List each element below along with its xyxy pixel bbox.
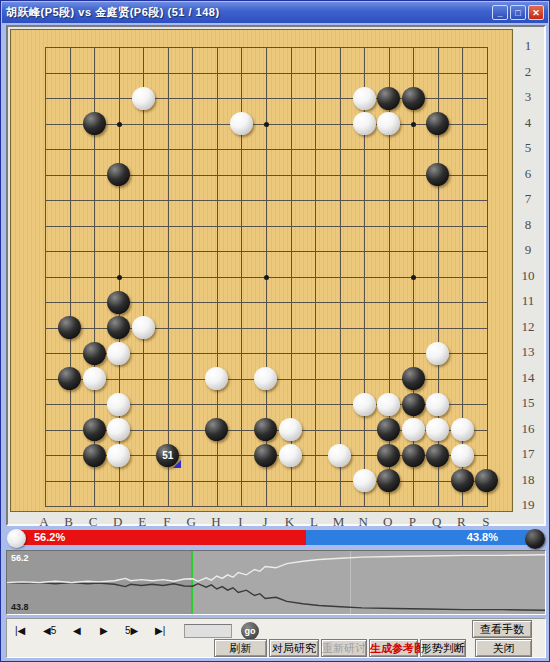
black-stone-icon: [525, 529, 545, 549]
row-label-19: 19: [513, 497, 543, 513]
col-label-Q: Q: [427, 514, 447, 530]
star-point: [264, 275, 269, 280]
generate-reference-button[interactable]: 生成参考图: [369, 639, 418, 657]
game-research-button[interactable]: 对局研究: [269, 639, 319, 657]
stone-white-O15[interactable]: [377, 393, 400, 416]
stone-white-I4[interactable]: [230, 112, 253, 135]
grid-line-h: [45, 506, 488, 507]
row-label-12: 12: [513, 319, 543, 335]
nav-back5-icon[interactable]: ◀5: [43, 625, 56, 639]
winrate-curves: [7, 551, 545, 614]
refresh-button[interactable]: 刷新: [214, 639, 267, 657]
row-label-5: 5: [513, 140, 543, 156]
app-window: 胡跃峰(P5段) vs 金庭贤(P6段) (51 / 148) _ □ ✕ 51…: [0, 0, 550, 662]
row-label-15: 15: [513, 395, 543, 411]
grid-line-h: [45, 481, 488, 482]
col-label-I: I: [230, 514, 250, 530]
stone-white-Q15[interactable]: [426, 393, 449, 416]
stone-white-H14[interactable]: [205, 367, 228, 390]
stone-white-M17[interactable]: [328, 444, 351, 467]
col-label-D: D: [108, 514, 128, 530]
maximize-button[interactable]: □: [510, 5, 526, 20]
view-moves-button[interactable]: 查看手数: [472, 620, 532, 638]
stone-black-D6[interactable]: [107, 163, 130, 186]
col-label-K: K: [280, 514, 300, 530]
graph-black-value: 43.8: [11, 602, 29, 612]
stone-black-F17[interactable]: 51: [156, 444, 179, 467]
winrate-bar: 56.2% 43.8%: [6, 529, 546, 547]
last-move-triangle-marker: [173, 460, 181, 468]
row-label-13: 13: [513, 344, 543, 360]
control-panel: |◀ ◀5 ◀ ▶ 5▶ ▶| go 刷新 对局研究 重新研讨 生成参考图 形势…: [6, 618, 546, 658]
stone-black-S18[interactable]: [475, 469, 498, 492]
row-label-14: 14: [513, 370, 543, 386]
stone-black-B12[interactable]: [58, 316, 81, 339]
star-point: [117, 275, 122, 280]
window-title: 胡跃峰(P5段) vs 金庭贤(P6段) (51 / 148): [6, 5, 220, 20]
stone-white-N4[interactable]: [353, 112, 376, 135]
nav-first-icon[interactable]: |◀: [15, 625, 25, 639]
col-label-B: B: [59, 514, 79, 530]
stone-black-R18[interactable]: [451, 469, 474, 492]
go-button[interactable]: go: [241, 622, 259, 640]
black-winrate-label: 43.8%: [467, 531, 498, 543]
stone-white-D17[interactable]: [107, 444, 130, 467]
stone-black-P15[interactable]: [402, 393, 425, 416]
stone-black-P17[interactable]: [402, 444, 425, 467]
stone-black-P14[interactable]: [402, 367, 425, 390]
star-point: [117, 122, 122, 127]
stone-black-O17[interactable]: [377, 444, 400, 467]
stone-black-O16[interactable]: [377, 418, 400, 441]
stone-white-P16[interactable]: [402, 418, 425, 441]
stone-black-Q4[interactable]: [426, 112, 449, 135]
white-stone-icon: [7, 529, 26, 548]
col-label-A: A: [34, 514, 54, 530]
stone-white-O4[interactable]: [377, 112, 400, 135]
stone-black-C4[interactable]: [83, 112, 106, 135]
stone-black-J16[interactable]: [254, 418, 277, 441]
col-label-O: O: [378, 514, 398, 530]
stone-white-D13[interactable]: [107, 342, 130, 365]
col-label-M: M: [329, 514, 349, 530]
nav-last-icon[interactable]: ▶|: [155, 625, 165, 639]
nav-back-icon[interactable]: ◀: [73, 625, 81, 639]
stone-white-D15[interactable]: [107, 393, 130, 416]
stone-white-E12[interactable]: [132, 316, 155, 339]
close-button[interactable]: 关闭: [475, 639, 532, 657]
row-label-17: 17: [513, 446, 543, 462]
col-label-J: J: [255, 514, 275, 530]
star-point: [264, 122, 269, 127]
col-label-S: S: [476, 514, 496, 530]
stone-white-N3[interactable]: [353, 87, 376, 110]
stone-white-K17[interactable]: [279, 444, 302, 467]
stone-white-D16[interactable]: [107, 418, 130, 441]
board-panel: 51 ABCDEFGHIJKLMNOPQRS123456789101112131…: [6, 25, 546, 526]
stone-black-P3[interactable]: [402, 87, 425, 110]
move-number-input[interactable]: [184, 624, 232, 638]
stone-black-O3[interactable]: [377, 87, 400, 110]
row-label-3: 3: [513, 89, 543, 105]
stone-white-K16[interactable]: [279, 418, 302, 441]
minimize-button[interactable]: _: [492, 5, 508, 20]
winrate-bar-track: [16, 530, 536, 545]
col-label-E: E: [132, 514, 152, 530]
col-label-F: F: [157, 514, 177, 530]
close-icon[interactable]: ✕: [528, 5, 544, 20]
stone-white-N18[interactable]: [353, 469, 376, 492]
stone-black-B14[interactable]: [58, 367, 81, 390]
stone-black-D12[interactable]: [107, 316, 130, 339]
stone-white-R17[interactable]: [451, 444, 474, 467]
row-label-8: 8: [513, 217, 543, 233]
stone-white-E3[interactable]: [132, 87, 155, 110]
stone-white-R16[interactable]: [451, 418, 474, 441]
stone-black-Q17[interactable]: [426, 444, 449, 467]
col-label-R: R: [451, 514, 471, 530]
row-label-18: 18: [513, 472, 543, 488]
row-label-4: 4: [513, 115, 543, 131]
star-point: [411, 275, 416, 280]
stone-black-C16[interactable]: [83, 418, 106, 441]
title-bar[interactable]: 胡跃峰(P5段) vs 金庭贤(P6段) (51 / 148) _ □ ✕: [2, 2, 548, 23]
re-discuss-button[interactable]: 重新研讨: [321, 639, 367, 657]
col-label-H: H: [206, 514, 226, 530]
row-label-11: 11: [513, 293, 543, 309]
col-label-P: P: [402, 514, 422, 530]
winrate-graph[interactable]: 56.2 43.8: [6, 550, 546, 615]
col-label-G: G: [181, 514, 201, 530]
row-label-1: 1: [513, 38, 543, 54]
stone-black-D11[interactable]: [107, 291, 130, 314]
grid-line-v: [340, 47, 341, 507]
grid-line-v: [487, 47, 488, 507]
star-point: [411, 122, 416, 127]
stone-black-C13[interactable]: [83, 342, 106, 365]
stone-white-Q16[interactable]: [426, 418, 449, 441]
go-board[interactable]: 51: [10, 29, 513, 512]
row-label-10: 10: [513, 268, 543, 284]
nav-forward-icon[interactable]: ▶: [100, 625, 108, 639]
row-label-9: 9: [513, 242, 543, 258]
stone-black-Q6[interactable]: [426, 163, 449, 186]
stone-black-J17[interactable]: [254, 444, 277, 467]
nav-forward5-icon[interactable]: 5▶: [125, 625, 138, 639]
stone-white-N15[interactable]: [353, 393, 376, 416]
stone-white-C14[interactable]: [83, 367, 106, 390]
white-winrate-label: 56.2%: [34, 531, 65, 543]
col-label-N: N: [353, 514, 373, 530]
stone-white-J14[interactable]: [254, 367, 277, 390]
stone-white-Q13[interactable]: [426, 342, 449, 365]
row-label-6: 6: [513, 166, 543, 182]
graph-white-value: 56.2: [11, 553, 29, 563]
stone-black-H16[interactable]: [205, 418, 228, 441]
row-label-2: 2: [513, 64, 543, 80]
stone-black-O18[interactable]: [377, 469, 400, 492]
row-label-16: 16: [513, 421, 543, 437]
col-label-L: L: [304, 514, 324, 530]
col-label-C: C: [83, 514, 103, 530]
window-controls: _ □ ✕: [492, 5, 544, 20]
grid-line-v: [315, 47, 316, 507]
row-label-7: 7: [513, 191, 543, 207]
stone-black-C17[interactable]: [83, 444, 106, 467]
position-judge-button[interactable]: 形势判断: [420, 639, 466, 657]
